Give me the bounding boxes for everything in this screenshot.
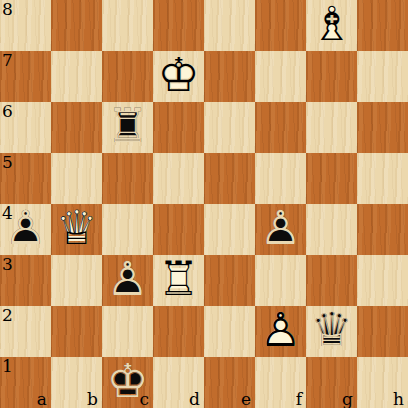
square-a6[interactable]: 6 bbox=[0, 102, 51, 153]
rank-label-7: 7 bbox=[2, 51, 13, 70]
square-d6[interactable] bbox=[153, 102, 204, 153]
square-e5[interactable] bbox=[204, 153, 255, 204]
square-h8[interactable] bbox=[357, 0, 408, 51]
square-d5[interactable] bbox=[153, 153, 204, 204]
square-f5[interactable] bbox=[255, 153, 306, 204]
file-label-a: a bbox=[37, 390, 47, 408]
square-e4[interactable] bbox=[204, 204, 255, 255]
rank-label-2: 2 bbox=[2, 306, 13, 325]
square-a1[interactable]: 1a bbox=[0, 357, 51, 408]
square-d8[interactable] bbox=[153, 0, 204, 51]
rank-label-6: 6 bbox=[2, 102, 13, 121]
square-g6[interactable] bbox=[306, 102, 357, 153]
square-h6[interactable] bbox=[357, 102, 408, 153]
white-rook-outline: ♖ bbox=[153, 253, 204, 304]
square-g4[interactable] bbox=[306, 204, 357, 255]
square-a8[interactable]: 8 bbox=[0, 0, 51, 51]
square-c7[interactable] bbox=[102, 51, 153, 102]
black-king-outline: ♔ bbox=[102, 355, 153, 406]
square-h2[interactable] bbox=[357, 306, 408, 357]
black-queen-outline: ♕ bbox=[306, 304, 357, 355]
file-label-b: b bbox=[87, 390, 98, 408]
white-bishop-glyph: ♝ bbox=[306, 0, 357, 49]
square-g5[interactable] bbox=[306, 153, 357, 204]
square-f6[interactable] bbox=[255, 102, 306, 153]
square-g8[interactable]: ♝♗ bbox=[306, 0, 357, 51]
black-pawn-glyph: ♟ bbox=[102, 253, 153, 304]
black-pawn[interactable]: ♟♙ bbox=[102, 255, 153, 306]
white-king[interactable]: ♚♔ bbox=[153, 51, 204, 102]
square-a2[interactable]: 2 bbox=[0, 306, 51, 357]
black-pawn-outline: ♙ bbox=[102, 253, 153, 304]
square-b3[interactable] bbox=[51, 255, 102, 306]
square-h5[interactable] bbox=[357, 153, 408, 204]
rank-label-3: 3 bbox=[2, 255, 13, 274]
black-pawn-outline: ♙ bbox=[0, 202, 51, 253]
square-g2[interactable]: ♛♕ bbox=[306, 306, 357, 357]
square-b5[interactable] bbox=[51, 153, 102, 204]
square-f3[interactable] bbox=[255, 255, 306, 306]
square-h7[interactable] bbox=[357, 51, 408, 102]
square-f2[interactable]: ♟♙ bbox=[255, 306, 306, 357]
square-g7[interactable] bbox=[306, 51, 357, 102]
square-e6[interactable] bbox=[204, 102, 255, 153]
file-label-h: h bbox=[393, 390, 404, 408]
white-pawn[interactable]: ♟♙ bbox=[255, 306, 306, 357]
file-label-f: f bbox=[296, 390, 302, 408]
black-king-glyph: ♚ bbox=[102, 355, 153, 406]
square-a3[interactable]: 3 bbox=[0, 255, 51, 306]
black-queen-glyph: ♛ bbox=[306, 304, 357, 355]
square-b8[interactable] bbox=[51, 0, 102, 51]
black-rook-outline: ♖ bbox=[102, 100, 153, 151]
square-d4[interactable] bbox=[153, 204, 204, 255]
black-pawn[interactable]: ♟♙ bbox=[255, 204, 306, 255]
square-c3[interactable]: ♟♙ bbox=[102, 255, 153, 306]
white-rook[interactable]: ♜♖ bbox=[153, 255, 204, 306]
white-bishop-outline: ♗ bbox=[306, 0, 357, 49]
square-h3[interactable] bbox=[357, 255, 408, 306]
square-c6[interactable]: ♜♖ bbox=[102, 102, 153, 153]
rank-label-5: 5 bbox=[2, 153, 13, 172]
white-queen[interactable]: ♛♕ bbox=[51, 204, 102, 255]
white-king-glyph: ♚ bbox=[153, 49, 204, 100]
square-d3[interactable]: ♜♖ bbox=[153, 255, 204, 306]
square-c1[interactable]: c♚♔ bbox=[102, 357, 153, 408]
white-king-outline: ♔ bbox=[153, 49, 204, 100]
square-b2[interactable] bbox=[51, 306, 102, 357]
white-rook-glyph: ♜ bbox=[153, 253, 204, 304]
square-b1[interactable]: b bbox=[51, 357, 102, 408]
square-a4[interactable]: 4♟♙ bbox=[0, 204, 51, 255]
square-h4[interactable] bbox=[357, 204, 408, 255]
square-c2[interactable] bbox=[102, 306, 153, 357]
square-g3[interactable] bbox=[306, 255, 357, 306]
rank-label-1: 1 bbox=[2, 357, 13, 376]
file-label-g: g bbox=[342, 390, 353, 408]
square-e7[interactable] bbox=[204, 51, 255, 102]
black-queen[interactable]: ♛♕ bbox=[306, 306, 357, 357]
square-c5[interactable] bbox=[102, 153, 153, 204]
black-rook-glyph: ♜ bbox=[102, 100, 153, 151]
square-f1[interactable]: f bbox=[255, 357, 306, 408]
file-label-d: d bbox=[189, 390, 200, 408]
square-d1[interactable]: d bbox=[153, 357, 204, 408]
white-queen-outline: ♕ bbox=[51, 202, 102, 253]
square-a5[interactable]: 5 bbox=[0, 153, 51, 204]
square-h1[interactable]: h bbox=[357, 357, 408, 408]
square-f8[interactable] bbox=[255, 0, 306, 51]
square-b4[interactable]: ♛♕ bbox=[51, 204, 102, 255]
square-e8[interactable] bbox=[204, 0, 255, 51]
square-g1[interactable]: g bbox=[306, 357, 357, 408]
square-c8[interactable] bbox=[102, 0, 153, 51]
black-pawn-outline: ♙ bbox=[255, 202, 306, 253]
rank-label-8: 8 bbox=[2, 0, 13, 19]
square-e1[interactable]: e bbox=[204, 357, 255, 408]
black-king[interactable]: ♚♔ bbox=[102, 357, 153, 408]
white-bishop[interactable]: ♝♗ bbox=[306, 0, 357, 51]
square-f7[interactable] bbox=[255, 51, 306, 102]
white-pawn-glyph: ♟ bbox=[255, 304, 306, 355]
chess-board: 8♝♗7♚♔6♜♖54♟♙♛♕♟♙3♟♙♜♖2♟♙♛♕1abc♚♔defgh bbox=[0, 0, 408, 408]
square-d7[interactable]: ♚♔ bbox=[153, 51, 204, 102]
square-f4[interactable]: ♟♙ bbox=[255, 204, 306, 255]
square-c4[interactable] bbox=[102, 204, 153, 255]
black-rook[interactable]: ♜♖ bbox=[102, 102, 153, 153]
black-pawn-glyph: ♟ bbox=[255, 202, 306, 253]
white-pawn-outline: ♙ bbox=[255, 304, 306, 355]
square-b7[interactable] bbox=[51, 51, 102, 102]
square-d2[interactable] bbox=[153, 306, 204, 357]
square-e2[interactable] bbox=[204, 306, 255, 357]
square-b6[interactable] bbox=[51, 102, 102, 153]
square-a7[interactable]: 7 bbox=[0, 51, 51, 102]
white-queen-glyph: ♛ bbox=[51, 202, 102, 253]
black-pawn-glyph: ♟ bbox=[0, 202, 51, 253]
file-label-e: e bbox=[241, 390, 251, 408]
black-pawn[interactable]: ♟♙ bbox=[0, 204, 51, 255]
square-e3[interactable] bbox=[204, 255, 255, 306]
